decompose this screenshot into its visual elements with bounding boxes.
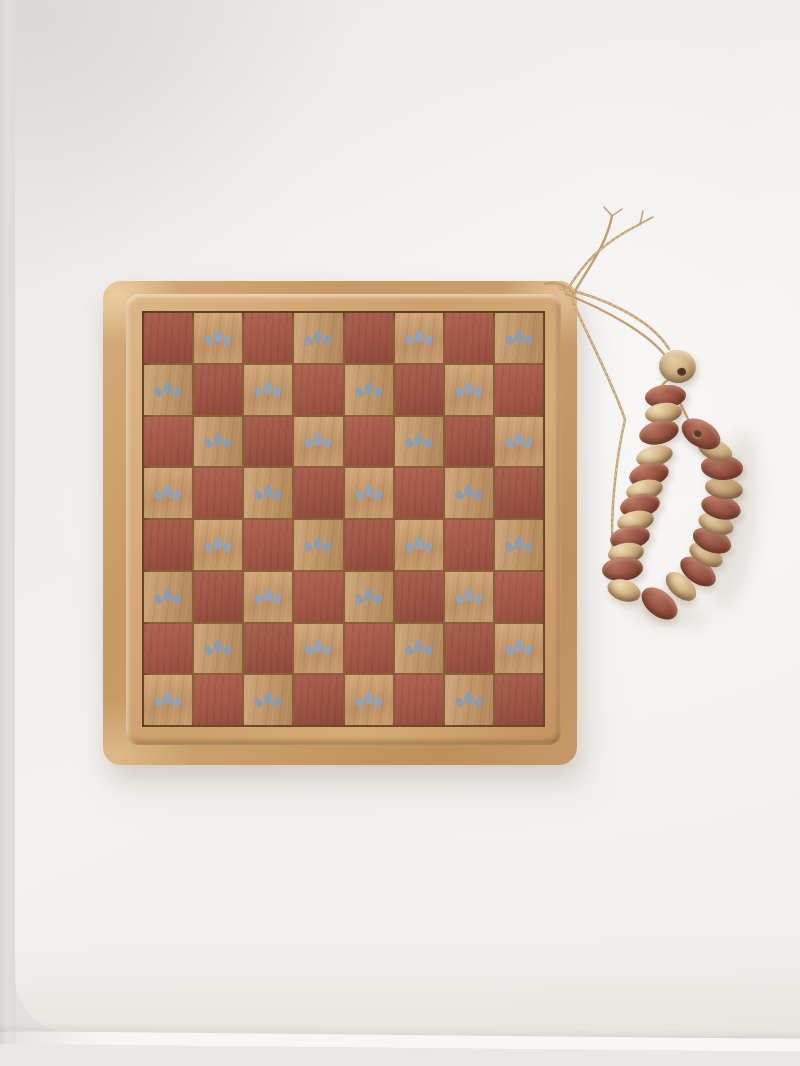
bead-hole [693,429,703,439]
wooden-disc-bead-red [637,416,681,448]
bead-hole [676,367,686,376]
bead-garland [0,0,800,1066]
photo-scene [0,0,800,1066]
button-bead [656,347,698,386]
